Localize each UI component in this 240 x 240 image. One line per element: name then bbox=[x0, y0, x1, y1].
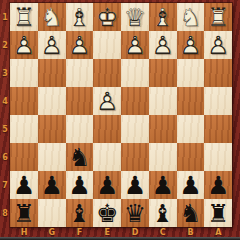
black-pawn: ♟ bbox=[93, 171, 121, 199]
white-knight: ♞♘ bbox=[177, 3, 205, 31]
square-f6[interactable]: ♞ bbox=[66, 143, 94, 171]
white-pawn: ♟♙ bbox=[149, 31, 177, 59]
square-a7[interactable]: ♟ bbox=[204, 171, 232, 199]
white-bishop: ♝♗ bbox=[149, 3, 177, 31]
square-f7[interactable]: ♟ bbox=[66, 171, 94, 199]
square-h7[interactable]: ♟ bbox=[10, 171, 38, 199]
white-queen: ♛♕ bbox=[121, 3, 149, 31]
square-e3[interactable] bbox=[93, 59, 121, 87]
chess-board: ♜♖♞♘♝♗♚♔♛♕♝♗♞♘♜♖♟♙♟♙♟♙♟♙♟♙♟♙♟♙♟♙♞♟♟♟♟♟♟♟… bbox=[10, 3, 232, 227]
square-b8[interactable]: ♞ bbox=[177, 199, 205, 227]
white-knight: ♞♘ bbox=[38, 3, 66, 31]
black-pawn: ♟ bbox=[204, 171, 232, 199]
square-g3[interactable] bbox=[38, 59, 66, 87]
square-b4[interactable] bbox=[177, 87, 205, 115]
rank-label-3: 3 bbox=[0, 59, 10, 87]
black-bishop: ♝ bbox=[66, 199, 94, 227]
square-b2[interactable]: ♟♙ bbox=[177, 31, 205, 59]
white-pawn: ♟♙ bbox=[10, 31, 38, 59]
square-b6[interactable] bbox=[177, 143, 205, 171]
white-pawn: ♟♙ bbox=[204, 31, 232, 59]
square-e8[interactable]: ♚ bbox=[93, 199, 121, 227]
square-b7[interactable]: ♟ bbox=[177, 171, 205, 199]
square-a2[interactable]: ♟♙ bbox=[204, 31, 232, 59]
square-h4[interactable] bbox=[10, 87, 38, 115]
black-knight: ♞ bbox=[66, 143, 94, 171]
square-c4[interactable] bbox=[149, 87, 177, 115]
square-d8[interactable]: ♛ bbox=[121, 199, 149, 227]
rank-label-6: 6 bbox=[0, 143, 10, 171]
square-d1[interactable]: ♛♕ bbox=[121, 3, 149, 31]
square-g7[interactable]: ♟ bbox=[38, 171, 66, 199]
square-e5[interactable] bbox=[93, 115, 121, 143]
black-bishop: ♝ bbox=[149, 199, 177, 227]
black-rook: ♜ bbox=[10, 199, 38, 227]
chess-board-frame: ♜♖♞♘♝♗♚♔♛♕♝♗♞♘♜♖♟♙♟♙♟♙♟♙♟♙♟♙♟♙♟♙♞♟♟♟♟♟♟♟… bbox=[0, 0, 240, 240]
square-f1[interactable]: ♝♗ bbox=[66, 3, 94, 31]
square-f3[interactable] bbox=[66, 59, 94, 87]
black-pawn: ♟ bbox=[177, 171, 205, 199]
square-h6[interactable] bbox=[10, 143, 38, 171]
white-rook: ♜♖ bbox=[10, 3, 38, 31]
square-f8[interactable]: ♝ bbox=[66, 199, 94, 227]
black-pawn: ♟ bbox=[121, 171, 149, 199]
square-f5[interactable] bbox=[66, 115, 94, 143]
square-c2[interactable]: ♟♙ bbox=[149, 31, 177, 59]
square-d6[interactable] bbox=[121, 143, 149, 171]
square-d5[interactable] bbox=[121, 115, 149, 143]
square-a4[interactable] bbox=[204, 87, 232, 115]
square-e1[interactable]: ♚♔ bbox=[93, 3, 121, 31]
black-pawn: ♟ bbox=[10, 171, 38, 199]
square-h8[interactable]: ♜ bbox=[10, 199, 38, 227]
square-g2[interactable]: ♟♙ bbox=[38, 31, 66, 59]
square-c6[interactable] bbox=[149, 143, 177, 171]
white-pawn: ♟♙ bbox=[121, 31, 149, 59]
square-c5[interactable] bbox=[149, 115, 177, 143]
square-g4[interactable] bbox=[38, 87, 66, 115]
rank-label-7: 7 bbox=[0, 171, 10, 199]
black-rook: ♜ bbox=[204, 199, 232, 227]
square-g5[interactable] bbox=[38, 115, 66, 143]
rank-label-4: 4 bbox=[0, 87, 10, 115]
white-pawn: ♟♙ bbox=[93, 87, 121, 115]
rank-label-2: 2 bbox=[0, 31, 10, 59]
square-h2[interactable]: ♟♙ bbox=[10, 31, 38, 59]
square-b1[interactable]: ♞♘ bbox=[177, 3, 205, 31]
square-g6[interactable] bbox=[38, 143, 66, 171]
square-a1[interactable]: ♜♖ bbox=[204, 3, 232, 31]
square-f2[interactable]: ♟♙ bbox=[66, 31, 94, 59]
black-queen: ♛ bbox=[121, 199, 149, 227]
square-c1[interactable]: ♝♗ bbox=[149, 3, 177, 31]
square-e4[interactable]: ♟♙ bbox=[93, 87, 121, 115]
rank-label-8: 8 bbox=[0, 199, 10, 227]
square-e7[interactable]: ♟ bbox=[93, 171, 121, 199]
white-rook: ♜♖ bbox=[204, 3, 232, 31]
rank-label-1: 1 bbox=[0, 3, 10, 31]
square-c7[interactable]: ♟ bbox=[149, 171, 177, 199]
white-king: ♚♔ bbox=[93, 3, 121, 31]
square-h1[interactable]: ♜♖ bbox=[10, 3, 38, 31]
square-g1[interactable]: ♞♘ bbox=[38, 3, 66, 31]
black-pawn: ♟ bbox=[66, 171, 94, 199]
square-b3[interactable] bbox=[177, 59, 205, 87]
white-bishop: ♝♗ bbox=[66, 3, 94, 31]
white-pawn: ♟♙ bbox=[38, 31, 66, 59]
rank-label-5: 5 bbox=[0, 115, 10, 143]
square-a6[interactable] bbox=[204, 143, 232, 171]
square-d2[interactable]: ♟♙ bbox=[121, 31, 149, 59]
black-pawn: ♟ bbox=[149, 171, 177, 199]
square-a8[interactable]: ♜ bbox=[204, 199, 232, 227]
square-e2[interactable] bbox=[93, 31, 121, 59]
square-a5[interactable] bbox=[204, 115, 232, 143]
square-h3[interactable] bbox=[10, 59, 38, 87]
black-pawn: ♟ bbox=[38, 171, 66, 199]
square-g8[interactable] bbox=[38, 199, 66, 227]
square-f4[interactable] bbox=[66, 87, 94, 115]
white-pawn: ♟♙ bbox=[177, 31, 205, 59]
square-c8[interactable]: ♝ bbox=[149, 199, 177, 227]
square-d3[interactable] bbox=[121, 59, 149, 87]
white-pawn: ♟♙ bbox=[66, 31, 94, 59]
black-king: ♚ bbox=[93, 199, 121, 227]
square-h5[interactable] bbox=[10, 115, 38, 143]
square-c3[interactable] bbox=[149, 59, 177, 87]
square-d4[interactable] bbox=[121, 87, 149, 115]
square-a3[interactable] bbox=[204, 59, 232, 87]
black-knight: ♞ bbox=[177, 199, 205, 227]
square-b5[interactable] bbox=[177, 115, 205, 143]
square-e6[interactable] bbox=[93, 143, 121, 171]
square-d7[interactable]: ♟ bbox=[121, 171, 149, 199]
